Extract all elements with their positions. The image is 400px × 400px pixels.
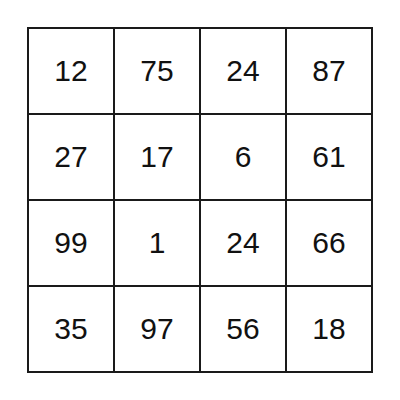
grid-cell-r3c4[interactable]: 66 — [287, 201, 371, 285]
grid-cell-r1c4[interactable]: 87 — [287, 29, 371, 113]
grid-cell-r2c1[interactable]: 27 — [29, 115, 113, 199]
grid-cell-r1c2[interactable]: 75 — [115, 29, 199, 113]
grid-cell-r2c3[interactable]: 6 — [201, 115, 285, 199]
grid-cell-r3c2[interactable]: 1 — [115, 201, 199, 285]
grid-cell-r2c4[interactable]: 61 — [287, 115, 371, 199]
grid-cell-r4c2[interactable]: 97 — [115, 287, 199, 371]
grid-cell-r1c1[interactable]: 12 — [29, 29, 113, 113]
grid-cell-r3c3[interactable]: 24 — [201, 201, 285, 285]
number-grid-board: 12 75 24 87 27 17 6 61 99 1 24 66 35 97 … — [27, 27, 373, 373]
grid-cell-r4c4[interactable]: 18 — [287, 287, 371, 371]
grid-cell-r2c2[interactable]: 17 — [115, 115, 199, 199]
grid-cell-r4c1[interactable]: 35 — [29, 287, 113, 371]
page: 12 75 24 87 27 17 6 61 99 1 24 66 35 97 … — [0, 0, 400, 400]
grid-cell-r4c3[interactable]: 56 — [201, 287, 285, 371]
grid-cell-r1c3[interactable]: 24 — [201, 29, 285, 113]
grid-cell-r3c1[interactable]: 99 — [29, 201, 113, 285]
